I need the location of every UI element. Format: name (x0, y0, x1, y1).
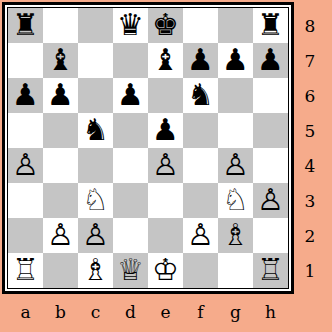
square-f8[interactable] (183, 8, 218, 43)
square-f4[interactable] (183, 148, 218, 183)
piece-white-pawn: ♙ (187, 218, 214, 252)
piece-white-bishop: ♗ (222, 218, 249, 252)
file-label-f: f (183, 297, 218, 327)
square-e6[interactable] (148, 78, 183, 113)
square-d2[interactable] (113, 218, 148, 253)
file-label-g: g (218, 297, 253, 327)
square-c7[interactable] (78, 43, 113, 78)
square-a3[interactable] (8, 183, 43, 218)
square-f1[interactable] (183, 253, 218, 288)
square-a6[interactable]: ♟ (8, 78, 43, 113)
chess-board: ♜♛♚♜♝♝♟♟♟♟♟♟♞♞♟♙♙♙♘♘♙♙♙♙♗♖♗♕♔♖ (7, 7, 289, 289)
square-h2[interactable] (253, 218, 288, 253)
square-e2[interactable] (148, 218, 183, 253)
square-b4[interactable] (43, 148, 78, 183)
square-f5[interactable] (183, 113, 218, 148)
piece-white-rook: ♖ (257, 253, 284, 287)
rank-label-3: 3 (296, 183, 324, 218)
piece-black-rook: ♜ (257, 8, 284, 42)
square-e3[interactable] (148, 183, 183, 218)
piece-black-pawn: ♟ (152, 113, 179, 147)
piece-black-knight: ♞ (187, 78, 214, 112)
square-h6[interactable] (253, 78, 288, 113)
square-g5[interactable] (218, 113, 253, 148)
piece-black-pawn: ♟ (257, 43, 284, 77)
file-label-h: h (253, 297, 288, 327)
square-g4[interactable]: ♙ (218, 148, 253, 183)
square-a7[interactable] (8, 43, 43, 78)
file-label-e: e (148, 297, 183, 327)
square-d3[interactable] (113, 183, 148, 218)
square-d8[interactable]: ♛ (113, 8, 148, 43)
piece-white-pawn: ♙ (47, 218, 74, 252)
square-b7[interactable]: ♝ (43, 43, 78, 78)
square-b1[interactable] (43, 253, 78, 288)
piece-black-pawn: ♟ (117, 78, 144, 112)
piece-black-pawn: ♟ (187, 43, 214, 77)
piece-black-pawn: ♟ (47, 78, 74, 112)
rank-label-7: 7 (296, 43, 324, 78)
rank-label-6: 6 (296, 78, 324, 113)
file-label-a: a (8, 297, 43, 327)
square-g6[interactable] (218, 78, 253, 113)
square-e8[interactable]: ♚ (148, 8, 183, 43)
rank-label-2: 2 (296, 218, 324, 253)
rank-label-1: 1 (296, 253, 324, 288)
square-a1[interactable]: ♖ (8, 253, 43, 288)
piece-white-pawn: ♙ (222, 148, 249, 182)
square-b3[interactable] (43, 183, 78, 218)
square-h3[interactable]: ♙ (253, 183, 288, 218)
square-c3[interactable]: ♘ (78, 183, 113, 218)
chess-diagram: ♜♛♚♜♝♝♟♟♟♟♟♟♞♞♟♙♙♙♘♘♙♙♙♙♗♖♗♕♔♖ abcdefgh … (0, 0, 332, 332)
square-f6[interactable]: ♞ (183, 78, 218, 113)
file-labels: abcdefgh (8, 297, 288, 327)
square-d4[interactable] (113, 148, 148, 183)
square-b8[interactable] (43, 8, 78, 43)
square-c1[interactable]: ♗ (78, 253, 113, 288)
square-h7[interactable]: ♟ (253, 43, 288, 78)
piece-black-pawn: ♟ (12, 78, 39, 112)
square-g7[interactable]: ♟ (218, 43, 253, 78)
rank-labels: 87654321 (296, 8, 324, 288)
piece-white-pawn: ♙ (257, 183, 284, 217)
piece-white-rook: ♖ (12, 253, 39, 287)
square-a4[interactable]: ♙ (8, 148, 43, 183)
square-c4[interactable] (78, 148, 113, 183)
file-label-c: c (78, 297, 113, 327)
piece-black-bishop: ♝ (152, 43, 179, 77)
piece-black-king: ♚ (152, 8, 179, 42)
file-label-d: d (113, 297, 148, 327)
square-g3[interactable]: ♘ (218, 183, 253, 218)
square-h1[interactable]: ♖ (253, 253, 288, 288)
square-g2[interactable]: ♗ (218, 218, 253, 253)
square-d5[interactable] (113, 113, 148, 148)
square-h8[interactable]: ♜ (253, 8, 288, 43)
piece-white-pawn: ♙ (152, 148, 179, 182)
piece-white-knight: ♘ (82, 183, 109, 217)
square-h4[interactable] (253, 148, 288, 183)
square-h5[interactable] (253, 113, 288, 148)
piece-white-knight: ♘ (222, 183, 249, 217)
square-b2[interactable]: ♙ (43, 218, 78, 253)
square-b6[interactable]: ♟ (43, 78, 78, 113)
square-c2[interactable]: ♙ (78, 218, 113, 253)
square-a2[interactable] (8, 218, 43, 253)
square-e4[interactable]: ♙ (148, 148, 183, 183)
rank-label-4: 4 (296, 148, 324, 183)
square-e5[interactable]: ♟ (148, 113, 183, 148)
piece-white-bishop: ♗ (82, 253, 109, 287)
square-e7[interactable]: ♝ (148, 43, 183, 78)
square-c5[interactable]: ♞ (78, 113, 113, 148)
square-g1[interactable] (218, 253, 253, 288)
piece-black-pawn: ♟ (222, 43, 249, 77)
square-g8[interactable] (218, 8, 253, 43)
piece-black-bishop: ♝ (47, 43, 74, 77)
piece-white-king: ♔ (152, 253, 179, 287)
square-d7[interactable] (113, 43, 148, 78)
square-c6[interactable] (78, 78, 113, 113)
square-d6[interactable]: ♟ (113, 78, 148, 113)
square-f7[interactable]: ♟ (183, 43, 218, 78)
file-label-b: b (43, 297, 78, 327)
square-d1[interactable]: ♕ (113, 253, 148, 288)
square-f2[interactable]: ♙ (183, 218, 218, 253)
square-c8[interactable] (78, 8, 113, 43)
square-a5[interactable] (8, 113, 43, 148)
rank-label-8: 8 (296, 8, 324, 43)
piece-black-queen: ♛ (117, 8, 144, 42)
board-frame: ♜♛♚♜♝♝♟♟♟♟♟♟♞♞♟♙♙♙♘♘♙♙♙♙♗♖♗♕♔♖ (2, 2, 294, 294)
piece-white-pawn: ♙ (12, 148, 39, 182)
rank-label-5: 5 (296, 113, 324, 148)
piece-black-rook: ♜ (12, 8, 39, 42)
piece-black-knight: ♞ (82, 113, 109, 147)
square-b5[interactable] (43, 113, 78, 148)
square-a8[interactable]: ♜ (8, 8, 43, 43)
square-f3[interactable] (183, 183, 218, 218)
piece-white-queen: ♕ (117, 253, 144, 287)
piece-white-pawn: ♙ (82, 218, 109, 252)
square-e1[interactable]: ♔ (148, 253, 183, 288)
